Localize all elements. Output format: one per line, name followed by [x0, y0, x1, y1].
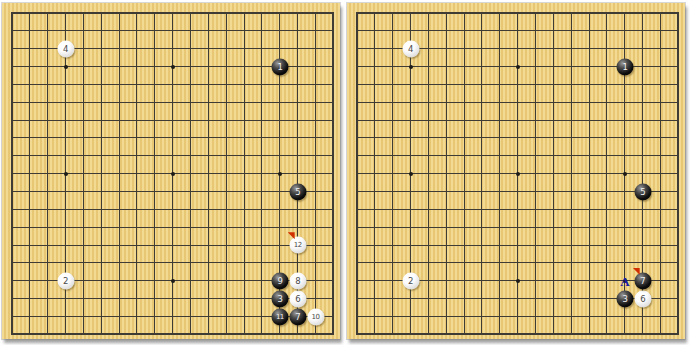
star-point	[171, 65, 175, 69]
stone-white-2: 2	[57, 272, 74, 289]
stone-white-4: 4	[57, 40, 74, 57]
move-number: 9	[277, 277, 282, 286]
stone-black-7: 7	[634, 272, 651, 289]
star-point	[516, 172, 520, 176]
stone-black-3: 3	[616, 290, 633, 307]
move-number: 1	[277, 62, 282, 71]
move-number: 2	[408, 277, 413, 286]
star-point	[64, 172, 68, 176]
move-number: 10	[312, 313, 320, 320]
move-number: 7	[640, 277, 645, 286]
stone-black-5: 5	[634, 183, 651, 200]
stone-white-6: 6	[634, 290, 651, 307]
star-point	[64, 65, 68, 69]
star-point	[409, 65, 413, 69]
move-number: 12	[294, 242, 302, 249]
stone-black-11: 11	[271, 308, 288, 325]
star-point	[516, 65, 520, 69]
stone-black-3: 3	[271, 290, 288, 307]
star-point	[409, 172, 413, 176]
star-point	[516, 279, 520, 283]
go-board-variation[interactable]: 1234567A	[347, 3, 685, 339]
stone-black-5: 5	[289, 183, 306, 200]
point-label-A: A	[620, 274, 629, 287]
move-number: 6	[295, 294, 300, 303]
move-number: 7	[295, 312, 300, 321]
move-number: 3	[622, 294, 627, 303]
move-number: 2	[63, 277, 68, 286]
stone-white-10: 10	[307, 308, 324, 325]
move-number: 6	[640, 294, 645, 303]
move-number: 3	[277, 294, 282, 303]
star-point	[623, 172, 627, 176]
stone-black-7: 7	[289, 308, 306, 325]
move-number: 5	[640, 187, 645, 196]
stone-black-9: 9	[271, 272, 288, 289]
move-number: 5	[295, 187, 300, 196]
star-point	[278, 172, 282, 176]
star-point	[171, 279, 175, 283]
stone-white-12: 12	[289, 237, 306, 254]
stone-black-1: 1	[616, 58, 633, 75]
move-number: 4	[63, 44, 68, 53]
go-diagram-page: { "game": "go", "board_size": 19, "star_…	[0, 0, 690, 345]
stone-white-2: 2	[402, 272, 419, 289]
go-board-main[interactable]: 123456789101112	[2, 3, 340, 339]
move-number: 1	[622, 62, 627, 71]
stone-black-1: 1	[271, 58, 288, 75]
move-number: 11	[276, 313, 284, 320]
move-number: 8	[295, 277, 300, 286]
stone-white-8: 8	[289, 272, 306, 289]
stone-white-6: 6	[289, 290, 306, 307]
stone-white-4: 4	[402, 40, 419, 57]
move-number: 4	[408, 44, 413, 53]
star-point	[171, 172, 175, 176]
